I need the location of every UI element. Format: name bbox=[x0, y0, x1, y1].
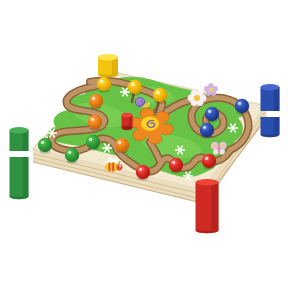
bead-green[interactable] bbox=[65, 148, 79, 164]
red-cylinder-piece[interactable] bbox=[122, 113, 133, 131]
bead-orange[interactable] bbox=[89, 94, 103, 110]
peg-blue bbox=[261, 84, 280, 137]
peg-green bbox=[10, 127, 29, 199]
toy-maze-scene bbox=[0, 0, 288, 288]
bead-red[interactable] bbox=[169, 158, 183, 174]
bead-blue[interactable] bbox=[235, 99, 249, 115]
bead-red[interactable] bbox=[202, 154, 216, 170]
bead-green[interactable] bbox=[86, 135, 100, 151]
peg-red bbox=[196, 179, 219, 233]
bead-orange[interactable] bbox=[115, 138, 129, 154]
bead-green[interactable] bbox=[38, 138, 52, 154]
peg-yellow bbox=[98, 54, 118, 77]
bead-yellow[interactable] bbox=[128, 80, 142, 96]
bead-red[interactable] bbox=[136, 165, 150, 181]
bead-blue[interactable] bbox=[205, 107, 219, 123]
product-photo bbox=[0, 0, 288, 288]
bead-yellow[interactable] bbox=[153, 88, 167, 104]
bead-yellow[interactable] bbox=[97, 77, 111, 93]
bead-blue[interactable] bbox=[200, 123, 214, 139]
gear-hub bbox=[141, 116, 159, 130]
bead-orange[interactable] bbox=[88, 115, 102, 131]
